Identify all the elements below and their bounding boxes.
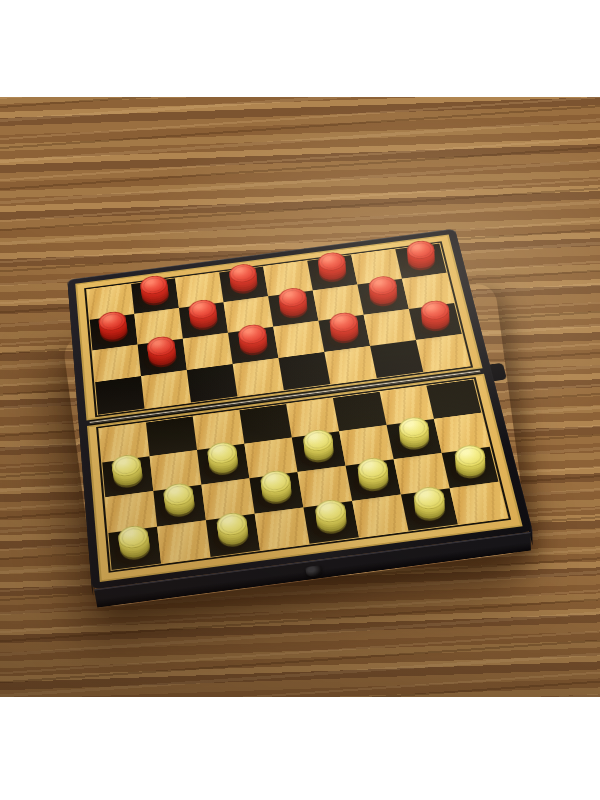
square-a7[interactable] bbox=[90, 314, 138, 351]
frame-front-face bbox=[94, 532, 531, 608]
square-e1[interactable] bbox=[303, 501, 359, 544]
checker-shadow bbox=[352, 470, 388, 497]
checker-side-layer bbox=[217, 522, 249, 548]
checker-side-layer bbox=[117, 525, 149, 551]
bottom-half-squares bbox=[99, 380, 507, 570]
square-a2 bbox=[105, 491, 157, 533]
checker-side-layer bbox=[238, 332, 268, 354]
checker-top-face bbox=[419, 299, 451, 321]
checker-shadow bbox=[274, 300, 307, 323]
square-e4 bbox=[286, 398, 339, 438]
checker-top-face bbox=[316, 251, 346, 272]
square-h3 bbox=[434, 413, 490, 453]
checker-side-layer bbox=[238, 334, 268, 356]
checker-side-layer bbox=[140, 283, 169, 304]
checker-side-layer bbox=[163, 487, 194, 512]
checker-side-layer bbox=[316, 252, 346, 273]
checker-top-face bbox=[313, 498, 346, 524]
checker-side-layer bbox=[216, 520, 248, 546]
checker-side-layer bbox=[367, 275, 398, 297]
checker-side-layer bbox=[139, 277, 168, 298]
checker-top-face bbox=[206, 441, 237, 465]
checker-side-layer bbox=[277, 289, 307, 311]
square-g6 bbox=[364, 309, 416, 346]
checker-side-layer bbox=[207, 452, 238, 476]
square-d6[interactable] bbox=[228, 327, 278, 364]
checker-shadow bbox=[401, 252, 435, 275]
checker-top-face bbox=[453, 443, 487, 468]
checker-side-layer bbox=[98, 313, 127, 335]
checker-side-layer bbox=[328, 314, 359, 336]
checker-top-face bbox=[187, 298, 216, 320]
checker-side-layer bbox=[188, 305, 217, 327]
checker-top-face bbox=[237, 323, 267, 345]
checker-side-layer bbox=[188, 307, 217, 329]
checker-shadow bbox=[234, 336, 267, 360]
latch-knob bbox=[305, 565, 322, 578]
square-b7 bbox=[134, 308, 182, 345]
checker-shadow bbox=[143, 348, 175, 372]
checker-side-layer bbox=[164, 493, 195, 518]
square-h2[interactable] bbox=[442, 447, 499, 488]
checker-side-layer bbox=[419, 304, 451, 326]
checker-top-face bbox=[139, 274, 168, 295]
yellow-checker-g1[interactable] bbox=[401, 488, 458, 531]
checker-side-layer bbox=[356, 463, 389, 488]
square-d4[interactable] bbox=[239, 404, 291, 444]
checker-top-face bbox=[228, 262, 257, 283]
red-checker-f6[interactable] bbox=[318, 315, 370, 352]
square-f7 bbox=[313, 285, 364, 321]
square-a8 bbox=[87, 284, 134, 320]
square-e5[interactable] bbox=[278, 352, 330, 390]
square-h4[interactable] bbox=[426, 380, 481, 419]
checkers-board bbox=[67, 229, 532, 590]
letterbox-top bbox=[0, 0, 600, 97]
square-d3 bbox=[244, 438, 297, 479]
square-b3 bbox=[150, 450, 202, 491]
board-half-near bbox=[87, 374, 523, 582]
yellow-checker-c3[interactable] bbox=[197, 444, 249, 485]
square-g5[interactable] bbox=[370, 340, 423, 378]
yellow-checker-e1[interactable] bbox=[303, 501, 359, 544]
checker-side-layer bbox=[117, 527, 148, 553]
checker-side-layer bbox=[405, 240, 436, 261]
checker-side-layer bbox=[405, 244, 436, 265]
checker-side-layer bbox=[146, 338, 175, 360]
checker-side-layer bbox=[229, 272, 258, 293]
checker-side-layer bbox=[111, 454, 142, 478]
board-half-far bbox=[75, 235, 482, 421]
checker-side-layer bbox=[278, 291, 308, 313]
checker-side-layer bbox=[238, 330, 268, 352]
checker-side-layer bbox=[163, 489, 194, 514]
checker-side-layer bbox=[216, 514, 248, 540]
checker-side-layer bbox=[412, 488, 446, 513]
square-a6 bbox=[92, 345, 141, 383]
checker-side-layer bbox=[278, 298, 308, 320]
checker-side-layer bbox=[357, 468, 390, 493]
checker-side-layer bbox=[278, 296, 308, 318]
checker-side-layer bbox=[405, 248, 436, 269]
checker-side-layer bbox=[314, 503, 347, 529]
checker-side-layer bbox=[260, 476, 292, 501]
checker-side-layer bbox=[188, 303, 217, 325]
hinge-lug bbox=[490, 363, 507, 381]
checker-side-layer bbox=[368, 284, 399, 306]
square-g1[interactable] bbox=[401, 488, 458, 531]
checker-shadow bbox=[108, 467, 142, 493]
checker-side-layer bbox=[406, 250, 437, 271]
square-e8 bbox=[263, 261, 313, 296]
square-b6[interactable] bbox=[138, 339, 187, 376]
checker-side-layer bbox=[139, 275, 168, 296]
checker-side-layer bbox=[302, 435, 334, 459]
checker-top-face bbox=[259, 469, 291, 494]
checker-side-layer bbox=[228, 270, 257, 291]
checker-side-layer bbox=[453, 453, 487, 478]
checker-side-layer bbox=[328, 316, 359, 338]
checker-side-layer bbox=[119, 535, 150, 561]
square-a5[interactable] bbox=[95, 376, 144, 415]
checker-shadow bbox=[408, 499, 445, 526]
checker-shadow bbox=[313, 264, 346, 287]
checker-side-layer bbox=[237, 328, 267, 350]
square-e6 bbox=[273, 321, 324, 358]
yellow-checker-d2[interactable] bbox=[249, 472, 303, 514]
square-g8 bbox=[351, 249, 402, 284]
red-checker-d6[interactable] bbox=[228, 327, 278, 364]
checker-side-layer bbox=[367, 277, 398, 299]
square-c1[interactable] bbox=[206, 514, 260, 557]
checker-side-layer bbox=[259, 472, 291, 497]
checker-side-layer bbox=[118, 529, 149, 555]
red-checker-d8[interactable] bbox=[219, 267, 268, 303]
yellow-checker-a3[interactable] bbox=[102, 456, 153, 497]
checker-shadow bbox=[212, 525, 248, 553]
checker-side-layer bbox=[302, 433, 334, 457]
checker-side-layer bbox=[146, 336, 175, 358]
checker-shadow bbox=[136, 287, 167, 310]
checker-side-layer bbox=[228, 267, 257, 288]
board-cast-shadow bbox=[62, 282, 530, 609]
red-checker-a7[interactable] bbox=[90, 314, 138, 351]
checker-side-layer bbox=[329, 320, 360, 342]
checker-side-layer bbox=[328, 318, 359, 340]
checker-top-face bbox=[328, 311, 359, 333]
checker-side-layer bbox=[303, 439, 335, 463]
checker-side-layer bbox=[412, 490, 446, 515]
checker-side-layer bbox=[237, 326, 267, 348]
square-f3 bbox=[339, 425, 393, 466]
square-c8 bbox=[175, 272, 223, 308]
checker-shadow bbox=[114, 538, 149, 566]
checker-side-layer bbox=[317, 262, 347, 283]
checker-side-layer bbox=[301, 429, 333, 453]
square-b8[interactable] bbox=[131, 278, 179, 314]
checker-side-layer bbox=[259, 470, 291, 495]
square-c5[interactable] bbox=[187, 364, 238, 402]
square-d7 bbox=[224, 296, 274, 332]
checker-shadow bbox=[324, 324, 358, 348]
square-d1 bbox=[255, 507, 310, 550]
square-h7 bbox=[402, 273, 454, 309]
checker-side-layer bbox=[141, 285, 169, 306]
checker-side-layer bbox=[216, 518, 248, 544]
square-d8[interactable] bbox=[219, 267, 268, 303]
checker-side-layer bbox=[314, 501, 347, 527]
square-c3[interactable] bbox=[197, 444, 249, 485]
checker-side-layer bbox=[317, 256, 347, 277]
square-b5 bbox=[141, 370, 191, 408]
square-g7[interactable] bbox=[357, 279, 408, 315]
checker-shadow bbox=[203, 454, 238, 480]
checker-side-layer bbox=[147, 346, 176, 368]
checker-side-layer bbox=[412, 497, 446, 522]
checker-top-face bbox=[301, 428, 333, 452]
checker-shadow bbox=[448, 457, 485, 484]
checker-side-layer bbox=[206, 443, 237, 467]
red-checker-b8[interactable] bbox=[131, 278, 179, 314]
checker-shadow bbox=[184, 311, 216, 334]
square-a3[interactable] bbox=[102, 456, 153, 497]
checker-top-face bbox=[111, 453, 142, 477]
square-b2[interactable] bbox=[153, 485, 206, 527]
checker-top-face bbox=[117, 524, 149, 550]
yellow-checker-b2[interactable] bbox=[153, 485, 206, 527]
square-a1[interactable] bbox=[108, 527, 161, 570]
square-h6[interactable] bbox=[409, 303, 462, 340]
red-checker-b6[interactable] bbox=[138, 339, 187, 376]
checker-side-layer bbox=[260, 474, 292, 499]
checker-top-face bbox=[356, 456, 389, 481]
square-g2 bbox=[394, 453, 450, 495]
checker-side-layer bbox=[453, 455, 487, 480]
checker-shadow bbox=[310, 512, 347, 540]
checker-top-face bbox=[162, 482, 193, 507]
checker-side-layer bbox=[356, 461, 389, 486]
yellow-checker-c1[interactable] bbox=[206, 514, 260, 557]
checker-side-layer bbox=[112, 462, 142, 486]
checker-side-layer bbox=[419, 300, 451, 322]
checker-side-layer bbox=[315, 510, 348, 536]
checker-side-layer bbox=[419, 306, 451, 328]
checker-side-layer bbox=[163, 485, 194, 510]
square-f6[interactable] bbox=[318, 315, 370, 352]
checker-side-layer bbox=[147, 340, 176, 362]
checker-side-layer bbox=[112, 460, 142, 484]
checker-side-layer bbox=[419, 310, 451, 332]
checker-side-layer bbox=[453, 451, 487, 476]
checker-side-layer bbox=[419, 308, 451, 330]
square-e7[interactable] bbox=[268, 290, 318, 326]
checker-side-layer bbox=[367, 280, 398, 302]
checker-side-layer bbox=[188, 301, 217, 323]
square-g3[interactable] bbox=[387, 419, 442, 459]
checker-top-face bbox=[146, 335, 175, 357]
checker-side-layer bbox=[216, 516, 248, 542]
yellow-checker-a1[interactable] bbox=[108, 527, 161, 570]
checker-side-layer bbox=[147, 342, 176, 364]
square-h1 bbox=[450, 482, 508, 525]
square-c4 bbox=[193, 410, 245, 450]
checker-side-layer bbox=[237, 324, 267, 346]
board-perspective bbox=[50, 154, 519, 642]
checker-side-layer bbox=[397, 418, 430, 442]
checker-side-layer bbox=[405, 242, 436, 263]
checker-side-layer bbox=[453, 446, 487, 471]
checker-side-layer bbox=[397, 416, 430, 440]
checker-side-layer bbox=[277, 287, 307, 309]
red-checker-f8[interactable] bbox=[307, 255, 357, 290]
checker-side-layer bbox=[356, 457, 389, 482]
letterbox-bottom bbox=[0, 697, 600, 800]
checker-side-layer bbox=[329, 322, 360, 344]
checker-side-layer bbox=[229, 274, 258, 295]
checker-side-layer bbox=[207, 446, 238, 470]
checker-side-layer bbox=[140, 281, 169, 302]
checker-shadow bbox=[159, 495, 194, 522]
square-b4[interactable] bbox=[146, 416, 197, 456]
checker-side-layer bbox=[228, 263, 257, 284]
square-c6 bbox=[183, 333, 233, 370]
square-d2[interactable] bbox=[249, 472, 303, 514]
checker-side-layer bbox=[367, 282, 398, 304]
checker-side-layer bbox=[453, 444, 487, 469]
square-f8[interactable] bbox=[307, 255, 357, 290]
yellow-checker-e3[interactable] bbox=[292, 431, 346, 472]
square-c2 bbox=[201, 478, 254, 520]
square-f1 bbox=[352, 495, 408, 538]
checker-shadow bbox=[363, 288, 397, 311]
checker-side-layer bbox=[302, 437, 334, 461]
checker-side-layer bbox=[278, 293, 308, 315]
square-d5 bbox=[233, 358, 284, 396]
checker-side-layer bbox=[397, 423, 430, 447]
checker-side-layer bbox=[207, 450, 238, 474]
checker-side-layer bbox=[397, 425, 430, 449]
checker-side-layer bbox=[99, 319, 128, 341]
checker-side-layer bbox=[147, 344, 176, 366]
checker-side-layer bbox=[98, 315, 127, 337]
wood-table-background bbox=[0, 97, 600, 697]
checker-side-layer bbox=[405, 246, 436, 267]
square-h5 bbox=[416, 334, 470, 372]
checker-top-face bbox=[215, 511, 247, 537]
checker-side-layer bbox=[397, 421, 430, 445]
top-half-squares bbox=[87, 243, 470, 414]
checker-side-layer bbox=[356, 466, 389, 491]
checker-side-layer bbox=[453, 448, 487, 473]
checker-side-layer bbox=[189, 309, 218, 331]
yellow-checker-g3[interactable] bbox=[387, 419, 442, 459]
square-a4 bbox=[99, 423, 149, 463]
checker-top-face bbox=[97, 310, 126, 332]
checker-side-layer bbox=[419, 302, 451, 324]
checker-shadow bbox=[95, 323, 127, 347]
checker-shadow bbox=[393, 429, 429, 455]
square-e3[interactable] bbox=[292, 431, 346, 472]
checker-side-layer bbox=[207, 448, 238, 472]
checker-top-face bbox=[412, 485, 446, 510]
checker-side-layer bbox=[260, 478, 292, 503]
checker-side-layer bbox=[112, 465, 142, 489]
square-b1 bbox=[157, 520, 210, 563]
checker-shadow bbox=[255, 483, 291, 510]
checker-side-layer bbox=[98, 311, 127, 333]
checker-side-layer bbox=[317, 258, 347, 279]
checker-side-layer bbox=[260, 480, 292, 505]
red-checker-h6[interactable] bbox=[409, 303, 462, 340]
checker-side-layer bbox=[228, 265, 257, 286]
checker-top-face bbox=[277, 286, 307, 308]
red-checker-e7[interactable] bbox=[268, 290, 318, 326]
checker-side-layer bbox=[356, 459, 389, 484]
square-f5 bbox=[324, 346, 376, 384]
square-g4 bbox=[380, 386, 434, 425]
checker-side-layer bbox=[111, 456, 142, 480]
frame-left-face bbox=[67, 281, 93, 596]
square-f2[interactable] bbox=[346, 459, 401, 501]
checker-side-layer bbox=[162, 482, 193, 507]
checker-side-layer bbox=[317, 254, 347, 275]
checker-side-layer bbox=[99, 317, 128, 339]
square-f4[interactable] bbox=[333, 392, 387, 432]
checker-side-layer bbox=[99, 321, 128, 343]
checker-side-layer bbox=[302, 431, 334, 455]
red-checker-h8[interactable] bbox=[395, 243, 446, 278]
checker-side-layer bbox=[313, 499, 346, 525]
checker-side-layer bbox=[314, 505, 347, 531]
checker-side-layer bbox=[206, 441, 237, 465]
square-h8[interactable] bbox=[395, 243, 446, 278]
yellow-checker-f2[interactable] bbox=[346, 459, 401, 501]
red-checker-g7[interactable] bbox=[357, 279, 408, 315]
checker-side-layer bbox=[314, 507, 347, 533]
checker-side-layer bbox=[118, 531, 149, 557]
hinge bbox=[89, 369, 481, 426]
checker-side-layer bbox=[215, 512, 247, 538]
square-e2 bbox=[298, 466, 353, 508]
checker-side-layer bbox=[187, 299, 216, 321]
checker-side-layer bbox=[317, 260, 347, 281]
checker-side-layer bbox=[111, 458, 142, 482]
square-c7[interactable] bbox=[179, 302, 228, 338]
red-checker-c7[interactable] bbox=[179, 302, 228, 338]
checker-top-face bbox=[367, 275, 398, 297]
frame-right-face bbox=[455, 230, 532, 546]
checker-side-layer bbox=[119, 533, 150, 559]
checker-side-layer bbox=[328, 312, 359, 334]
checker-side-layer bbox=[140, 279, 169, 300]
yellow-checker-h2[interactable] bbox=[442, 447, 499, 488]
checker-side-layer bbox=[412, 492, 446, 517]
checker-side-layer bbox=[398, 427, 431, 451]
checker-shadow bbox=[298, 442, 333, 468]
checker-side-layer bbox=[368, 286, 399, 308]
checker-side-layer bbox=[412, 486, 446, 511]
checker-top-face bbox=[405, 239, 436, 260]
checker-shadow bbox=[225, 276, 257, 299]
checker-top-face bbox=[397, 415, 430, 439]
checker-side-layer bbox=[164, 491, 195, 516]
checker-side-layer bbox=[412, 495, 446, 520]
checker-shadow bbox=[415, 312, 450, 336]
